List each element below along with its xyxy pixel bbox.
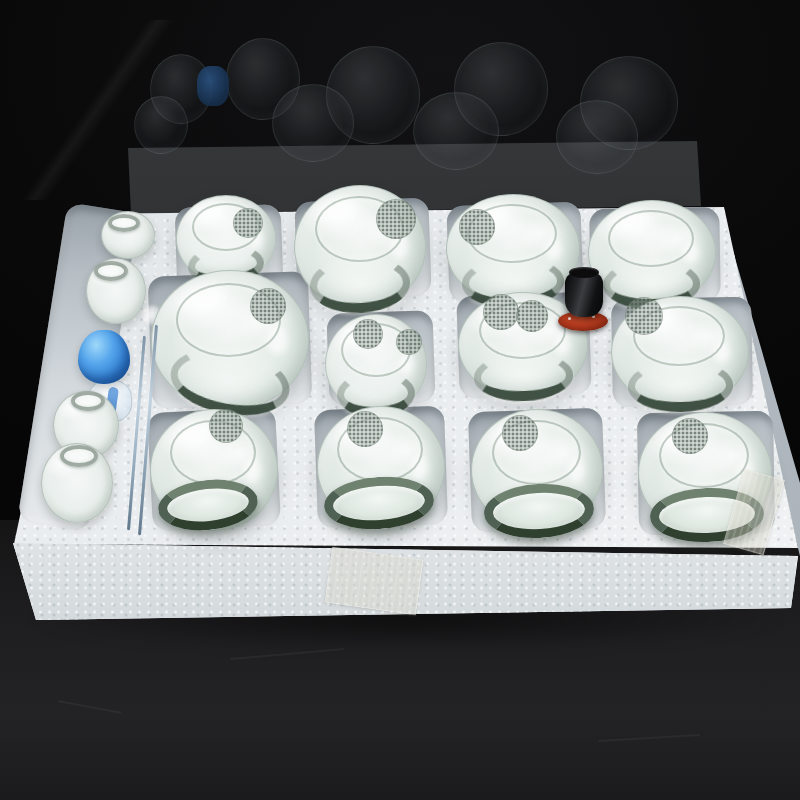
alcohol-bottle-cap-top (569, 267, 599, 278)
mesh-reflection (672, 418, 708, 454)
cupping-jar-large-r2c1 (151, 270, 309, 410)
scene (0, 0, 800, 800)
ring-highlight-dot (568, 317, 571, 320)
jar-rim-shadow (627, 359, 733, 412)
jar-dimple-reflection (608, 210, 694, 267)
cupping-jar-large-r1c3 (446, 194, 580, 304)
cup-mouth-ring (71, 391, 105, 411)
cupping-jar-large-r1c2 (294, 185, 426, 309)
small-cupping-cup (86, 258, 146, 324)
cupping-jar-large-r3c2 (317, 406, 445, 528)
tray-contents (0, 0, 800, 800)
packing-tape (325, 547, 424, 615)
mesh-reflection (353, 319, 383, 349)
mesh-reflection (502, 415, 538, 451)
mesh-reflection (347, 411, 383, 447)
mesh-reflection (376, 199, 416, 239)
mesh-reflection (483, 294, 519, 330)
mesh-reflection (516, 300, 548, 332)
cupping-jar-large-r3c1 (150, 409, 278, 531)
mesh-reflection (459, 209, 495, 245)
mesh-reflection (250, 288, 286, 324)
bottle-blue-cap (78, 330, 130, 384)
cupping-jar-medium-r2c2 (325, 314, 427, 414)
cup-mouth-ring (94, 261, 128, 281)
cupping-jar-large-r3c3 (471, 409, 603, 531)
mesh-reflection (233, 208, 263, 238)
cup-mouth-ring (108, 214, 140, 232)
mesh-reflection (625, 297, 663, 335)
alcohol-bottle-cap (565, 271, 603, 317)
mesh-reflection (396, 329, 422, 355)
small-cupping-cup (101, 211, 155, 259)
small-cupping-cup (41, 443, 113, 523)
cupping-jar-large-r2c4 (611, 296, 749, 408)
cupping-jar-large-r1c4 (588, 200, 716, 306)
cup-mouth-ring (60, 445, 98, 467)
mesh-reflection (209, 409, 243, 443)
